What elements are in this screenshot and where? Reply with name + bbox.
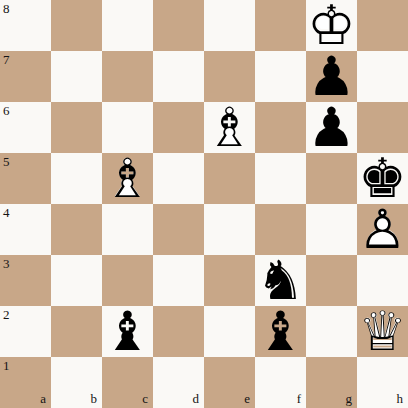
square-c6[interactable] xyxy=(102,102,153,153)
square-f5[interactable] xyxy=(255,153,306,204)
square-d2[interactable] xyxy=(153,306,204,357)
white-queen-outline: ♕ xyxy=(357,306,408,357)
square-a3[interactable]: 3 xyxy=(0,255,51,306)
square-f7[interactable] xyxy=(255,51,306,102)
square-f3[interactable]: ♞ xyxy=(255,255,306,306)
file-label-g: g xyxy=(346,391,353,407)
rank-label-4: 4 xyxy=(3,205,10,221)
file-label-d: d xyxy=(193,391,200,407)
square-h3[interactable] xyxy=(357,255,408,306)
square-g2[interactable] xyxy=(306,306,357,357)
square-f6[interactable] xyxy=(255,102,306,153)
square-e4[interactable] xyxy=(204,204,255,255)
square-b6[interactable] xyxy=(51,102,102,153)
white-bishop-outline: ♗ xyxy=(204,102,255,153)
white-pawn-outline: ♙ xyxy=(357,204,408,255)
square-b5[interactable] xyxy=(51,153,102,204)
white-bishop-outline: ♗ xyxy=(102,153,153,204)
rank-label-7: 7 xyxy=(3,52,10,68)
file-label-f: f xyxy=(297,391,301,407)
square-e7[interactable] xyxy=(204,51,255,102)
square-d1[interactable]: d xyxy=(153,357,204,408)
square-g1[interactable]: g xyxy=(306,357,357,408)
white-king-outline: ♔ xyxy=(306,0,357,51)
black-bishop[interactable]: ♝ xyxy=(102,306,153,357)
square-d8[interactable] xyxy=(153,0,204,51)
square-c3[interactable] xyxy=(102,255,153,306)
square-e8[interactable] xyxy=(204,0,255,51)
square-a6[interactable]: 6 xyxy=(0,102,51,153)
rank-label-6: 6 xyxy=(3,103,10,119)
square-g8[interactable]: ♚♔ xyxy=(306,0,357,51)
black-knight[interactable]: ♞ xyxy=(255,255,306,306)
square-d7[interactable] xyxy=(153,51,204,102)
square-g3[interactable] xyxy=(306,255,357,306)
black-bishop[interactable]: ♝ xyxy=(255,306,306,357)
rank-label-5: 5 xyxy=(3,154,10,170)
square-h7[interactable] xyxy=(357,51,408,102)
square-b1[interactable]: b xyxy=(51,357,102,408)
square-h2[interactable]: ♛♕ xyxy=(357,306,408,357)
square-g4[interactable] xyxy=(306,204,357,255)
square-c5[interactable]: ♝♗ xyxy=(102,153,153,204)
rank-label-8: 8 xyxy=(3,1,10,17)
white-queen[interactable]: ♛♕ xyxy=(357,306,408,357)
square-g6[interactable]: ♟ xyxy=(306,102,357,153)
square-f4[interactable] xyxy=(255,204,306,255)
square-e2[interactable] xyxy=(204,306,255,357)
square-c2[interactable]: ♝ xyxy=(102,306,153,357)
square-h5[interactable]: ♚ xyxy=(357,153,408,204)
square-a5[interactable]: 5 xyxy=(0,153,51,204)
square-e1[interactable]: e xyxy=(204,357,255,408)
rank-label-2: 2 xyxy=(3,307,10,323)
square-a1[interactable]: 1a xyxy=(0,357,51,408)
square-b3[interactable] xyxy=(51,255,102,306)
square-d3[interactable] xyxy=(153,255,204,306)
square-a7[interactable]: 7 xyxy=(0,51,51,102)
square-h1[interactable]: h xyxy=(357,357,408,408)
square-f1[interactable]: f xyxy=(255,357,306,408)
black-pawn[interactable]: ♟ xyxy=(306,102,357,153)
square-e5[interactable] xyxy=(204,153,255,204)
square-a2[interactable]: 2 xyxy=(0,306,51,357)
file-label-a: a xyxy=(40,391,46,407)
square-b2[interactable] xyxy=(51,306,102,357)
square-d5[interactable] xyxy=(153,153,204,204)
file-label-h: h xyxy=(397,391,404,407)
square-e3[interactable] xyxy=(204,255,255,306)
square-a4[interactable]: 4 xyxy=(0,204,51,255)
square-e6[interactable]: ♝♗ xyxy=(204,102,255,153)
square-g7[interactable]: ♟ xyxy=(306,51,357,102)
chess-board: 8♚♔7♟6♝♗♟5♝♗♚4♟♙3♞2♝♝♛♕1abcdefgh xyxy=(0,0,408,408)
square-b7[interactable] xyxy=(51,51,102,102)
rank-label-3: 3 xyxy=(3,256,10,272)
square-b8[interactable] xyxy=(51,0,102,51)
square-c4[interactable] xyxy=(102,204,153,255)
black-king[interactable]: ♚ xyxy=(357,153,408,204)
square-h8[interactable] xyxy=(357,0,408,51)
white-bishop[interactable]: ♝♗ xyxy=(102,153,153,204)
rank-label-1: 1 xyxy=(3,358,10,374)
square-c1[interactable]: c xyxy=(102,357,153,408)
square-c8[interactable] xyxy=(102,0,153,51)
black-pawn[interactable]: ♟ xyxy=(306,51,357,102)
square-c7[interactable] xyxy=(102,51,153,102)
white-king[interactable]: ♚♔ xyxy=(306,0,357,51)
square-h6[interactable] xyxy=(357,102,408,153)
file-label-e: e xyxy=(244,391,250,407)
square-f8[interactable] xyxy=(255,0,306,51)
square-h4[interactable]: ♟♙ xyxy=(357,204,408,255)
square-g5[interactable] xyxy=(306,153,357,204)
square-d6[interactable] xyxy=(153,102,204,153)
white-pawn[interactable]: ♟♙ xyxy=(357,204,408,255)
file-label-b: b xyxy=(91,391,98,407)
square-b4[interactable] xyxy=(51,204,102,255)
white-bishop[interactable]: ♝♗ xyxy=(204,102,255,153)
file-label-c: c xyxy=(142,391,148,407)
square-a8[interactable]: 8 xyxy=(0,0,51,51)
square-d4[interactable] xyxy=(153,204,204,255)
square-f2[interactable]: ♝ xyxy=(255,306,306,357)
